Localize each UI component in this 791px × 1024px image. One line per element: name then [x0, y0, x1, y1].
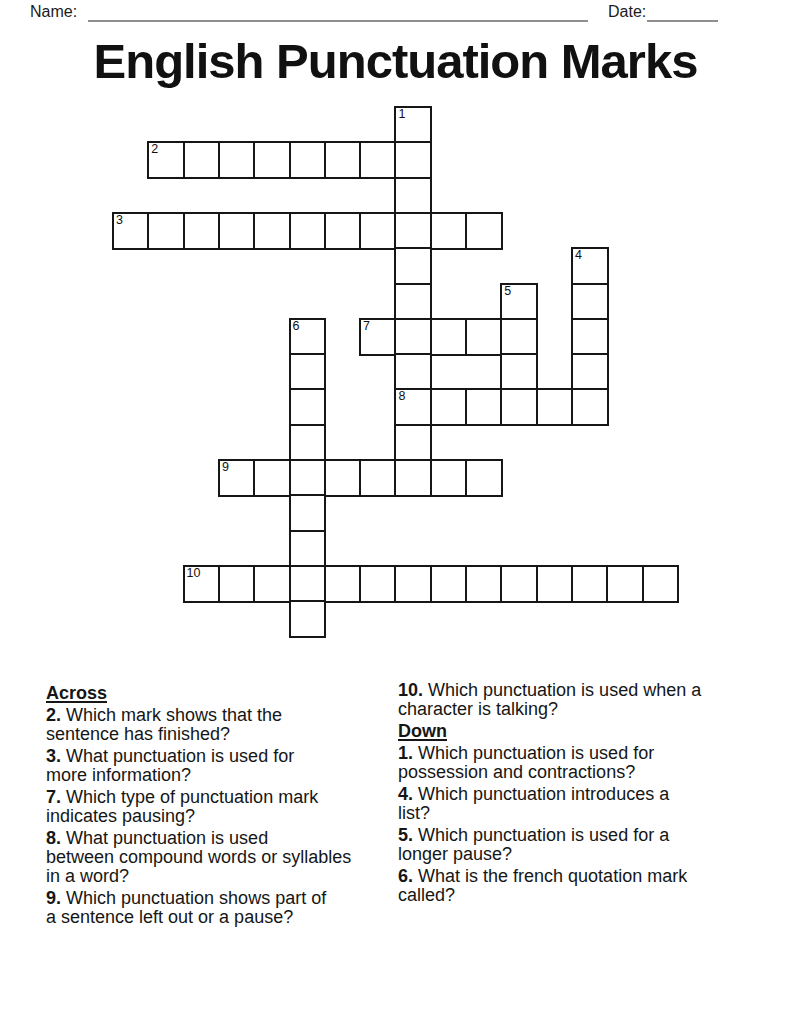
cell-r10-c10[interactable] — [465, 459, 503, 497]
clue-down-5: 5. Which punctuation is used for alonger… — [398, 826, 770, 864]
clue-list-number: 10. — [398, 680, 423, 700]
cell-r10-c7[interactable] — [359, 459, 397, 497]
cell-r3-c7[interactable] — [359, 212, 397, 250]
across-header: Across — [46, 684, 396, 703]
cell-r0-c8[interactable]: 1 — [394, 106, 432, 144]
name-label: Name: — [30, 3, 77, 21]
cell-r3-c9[interactable] — [430, 212, 468, 250]
cell-r1-c3[interactable] — [218, 141, 256, 179]
clue-number-9: 9 — [222, 461, 229, 474]
cell-r10-c6[interactable] — [324, 459, 362, 497]
page-title: English Punctuation Marks — [0, 33, 791, 89]
cell-r1-c6[interactable] — [324, 141, 362, 179]
cell-r10-c3[interactable]: 9 — [218, 459, 256, 497]
cell-r1-c1[interactable]: 2 — [147, 141, 185, 179]
clue-number-7: 7 — [363, 320, 370, 333]
cell-r3-c5[interactable] — [289, 212, 327, 250]
cell-r13-c14[interactable] — [606, 565, 644, 603]
date-label: Date: — [608, 3, 646, 21]
cell-r8-c10[interactable] — [465, 388, 503, 426]
cell-r11-c5[interactable] — [289, 494, 327, 532]
cell-r6-c7[interactable]: 7 — [359, 318, 397, 356]
cell-r8-c11[interactable] — [500, 388, 538, 426]
clue-across-7: 7. Which type of punctuation markindicat… — [46, 788, 396, 826]
cell-r9-c5[interactable] — [289, 424, 327, 462]
name-blank-line — [88, 20, 588, 22]
clue-across-9: 9. Which punctuation shows part ofa sent… — [46, 889, 396, 927]
cell-r3-c6[interactable] — [324, 212, 362, 250]
clue-list-number: 8. — [46, 828, 61, 848]
cell-r3-c2[interactable] — [183, 212, 221, 250]
cell-r13-c8[interactable] — [394, 565, 432, 603]
cell-r9-c8[interactable] — [394, 424, 432, 462]
cell-r10-c4[interactable] — [253, 459, 291, 497]
clue-list-number: 2. — [46, 705, 61, 725]
clue-across-2: 2. Which mark shows that thesentence has… — [46, 706, 396, 744]
clue-across-3: 3. What punctuation is used formore info… — [46, 747, 396, 785]
clue-down-4: 4. Which punctuation introduces alist? — [398, 785, 770, 823]
cell-r7-c8[interactable] — [394, 353, 432, 391]
cell-r5-c11[interactable]: 5 — [500, 283, 538, 321]
cell-r8-c8[interactable]: 8 — [394, 388, 432, 426]
cell-r1-c8[interactable] — [394, 141, 432, 179]
cell-r8-c5[interactable] — [289, 388, 327, 426]
clue-down-1: 1. Which punctuation is used forpossessi… — [398, 744, 770, 782]
cell-r3-c8[interactable] — [394, 212, 432, 250]
cell-r13-c13[interactable] — [571, 565, 609, 603]
clue-number-1: 1 — [398, 108, 405, 121]
cell-r6-c13[interactable] — [571, 318, 609, 356]
cell-r12-c5[interactable] — [289, 530, 327, 568]
cell-r6-c8[interactable] — [394, 318, 432, 356]
cell-r13-c15[interactable] — [642, 565, 680, 603]
cell-r13-c7[interactable] — [359, 565, 397, 603]
clues-left-column: Across2. Which mark shows that thesenten… — [46, 681, 396, 930]
cell-r2-c8[interactable] — [394, 177, 432, 215]
clue-list-number: 5. — [398, 825, 413, 845]
worksheet-page: Name: Date: English Punctuation Marks 12… — [0, 0, 791, 1024]
cell-r6-c11[interactable] — [500, 318, 538, 356]
cell-r5-c8[interactable] — [394, 283, 432, 321]
cell-r13-c10[interactable] — [465, 565, 503, 603]
cell-r10-c5[interactable] — [289, 459, 327, 497]
clue-number-4: 4 — [575, 249, 582, 262]
cell-r1-c5[interactable] — [289, 141, 327, 179]
clue-list-number: 9. — [46, 888, 61, 908]
cell-r3-c3[interactable] — [218, 212, 256, 250]
cell-r4-c8[interactable] — [394, 247, 432, 285]
cell-r10-c8[interactable] — [394, 459, 432, 497]
cell-r3-c4[interactable] — [253, 212, 291, 250]
clue-down-6: 6. What is the french quotation markcall… — [398, 867, 770, 905]
cell-r6-c5[interactable]: 6 — [289, 318, 327, 356]
cell-r1-c4[interactable] — [253, 141, 291, 179]
clue-number-2: 2 — [151, 143, 158, 156]
clue-number-8: 8 — [398, 390, 405, 403]
clue-number-10: 10 — [187, 567, 201, 580]
cell-r3-c0[interactable]: 3 — [112, 212, 150, 250]
cell-r7-c5[interactable] — [289, 353, 327, 391]
cell-r14-c5[interactable] — [289, 600, 327, 638]
cell-r13-c4[interactable] — [253, 565, 291, 603]
clue-across-8: 8. What punctuation is usedbetween compo… — [46, 829, 396, 886]
cell-r6-c10[interactable] — [465, 318, 503, 356]
cell-r13-c9[interactable] — [430, 565, 468, 603]
clue-list-number: 7. — [46, 787, 61, 807]
cell-r3-c10[interactable] — [465, 212, 503, 250]
clue-list-number: 3. — [46, 746, 61, 766]
cell-r7-c13[interactable] — [571, 353, 609, 391]
cell-r8-c9[interactable] — [430, 388, 468, 426]
cell-r4-c13[interactable]: 4 — [571, 247, 609, 285]
cell-r13-c2[interactable]: 10 — [183, 565, 221, 603]
cell-r13-c6[interactable] — [324, 565, 362, 603]
cell-r5-c13[interactable] — [571, 283, 609, 321]
cell-r1-c2[interactable] — [183, 141, 221, 179]
clue-number-3: 3 — [116, 214, 123, 227]
clue-number-5: 5 — [504, 285, 511, 298]
cell-r13-c5[interactable] — [289, 565, 327, 603]
clue-across-10: 10. Which punctuation is used when achar… — [398, 681, 770, 719]
clue-list-number: 6. — [398, 866, 413, 886]
cell-r13-c12[interactable] — [536, 565, 574, 603]
clue-number-6: 6 — [293, 320, 300, 333]
cell-r7-c11[interactable] — [500, 353, 538, 391]
down-header: Down — [398, 722, 770, 741]
cell-r13-c11[interactable] — [500, 565, 538, 603]
clue-list-number: 4. — [398, 784, 413, 804]
clues-right-column: 10. Which punctuation is used when achar… — [398, 681, 770, 908]
cell-r6-c9[interactable] — [430, 318, 468, 356]
date-blank-line — [647, 20, 718, 22]
cell-r1-c7[interactable] — [359, 141, 397, 179]
cell-r10-c9[interactable] — [430, 459, 468, 497]
clue-list-number: 1. — [398, 743, 413, 763]
cell-r13-c3[interactable] — [218, 565, 256, 603]
cell-r3-c1[interactable] — [147, 212, 185, 250]
cell-r8-c12[interactable] — [536, 388, 574, 426]
cell-r8-c13[interactable] — [571, 388, 609, 426]
